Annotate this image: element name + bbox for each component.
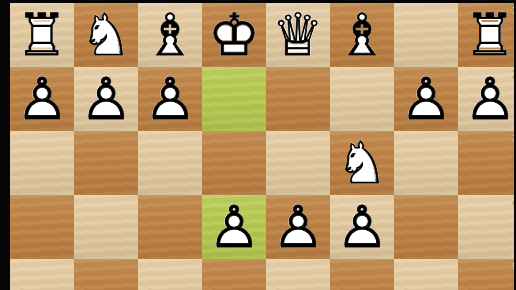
square-e3[interactable] xyxy=(202,131,266,195)
video-frame: ♜♖♞♘♝♗♚♔♛♕♝♗♜♖1♟♙♟♙♟♙♟♙♟♙2♞♘3♟♙♟♙♟♙45 xyxy=(0,0,516,290)
piece-outline-glyph: ♕ xyxy=(266,3,330,67)
letterbox-top xyxy=(0,0,516,3)
piece-outline-glyph: ♙ xyxy=(10,67,74,131)
white-bishop[interactable]: ♝♗ xyxy=(330,3,394,67)
piece-outline-glyph: ♖ xyxy=(10,3,74,67)
square-c5[interactable] xyxy=(330,259,394,290)
piece-outline-glyph: ♙ xyxy=(394,67,458,131)
square-f5[interactable] xyxy=(138,259,202,290)
square-b1[interactable] xyxy=(394,3,458,67)
white-king[interactable]: ♚♔ xyxy=(202,3,266,67)
square-g1[interactable]: ♞♘ xyxy=(74,3,138,67)
square-f1[interactable]: ♝♗ xyxy=(138,3,202,67)
square-e5[interactable] xyxy=(202,259,266,290)
piece-outline-glyph: ♔ xyxy=(202,3,266,67)
piece-outline-glyph: ♗ xyxy=(138,3,202,67)
square-g2[interactable]: ♟♙ xyxy=(74,67,138,131)
white-pawn[interactable]: ♟♙ xyxy=(138,67,202,131)
square-f3[interactable] xyxy=(138,131,202,195)
square-d4[interactable]: ♟♙ xyxy=(266,195,330,259)
square-e4[interactable]: ♟♙ xyxy=(202,195,266,259)
white-pawn[interactable]: ♟♙ xyxy=(74,67,138,131)
white-pawn[interactable]: ♟♙ xyxy=(458,67,516,131)
piece-outline-glyph: ♘ xyxy=(74,3,138,67)
square-c2[interactable] xyxy=(330,67,394,131)
square-g4[interactable] xyxy=(74,195,138,259)
piece-outline-glyph: ♖ xyxy=(458,3,516,67)
white-knight[interactable]: ♞♘ xyxy=(330,131,394,195)
chess-board: ♜♖♞♘♝♗♚♔♛♕♝♗♜♖1♟♙♟♙♟♙♟♙♟♙2♞♘3♟♙♟♙♟♙45 xyxy=(10,3,516,290)
square-b3[interactable] xyxy=(394,131,458,195)
white-pawn[interactable]: ♟♙ xyxy=(10,67,74,131)
white-bishop[interactable]: ♝♗ xyxy=(138,3,202,67)
white-rook[interactable]: ♜♖ xyxy=(10,3,74,67)
white-rook[interactable]: ♜♖ xyxy=(458,3,516,67)
piece-outline-glyph: ♙ xyxy=(202,195,266,259)
square-a4[interactable]: 4 xyxy=(458,195,516,259)
white-pawn[interactable]: ♟♙ xyxy=(202,195,266,259)
piece-outline-glyph: ♙ xyxy=(266,195,330,259)
square-h4[interactable] xyxy=(10,195,74,259)
white-pawn[interactable]: ♟♙ xyxy=(266,195,330,259)
square-d2[interactable] xyxy=(266,67,330,131)
piece-outline-glyph: ♗ xyxy=(330,3,394,67)
piece-outline-glyph: ♘ xyxy=(330,131,394,195)
square-h1[interactable]: ♜♖ xyxy=(10,3,74,67)
square-a5[interactable]: 5 xyxy=(458,259,516,290)
square-b2[interactable]: ♟♙ xyxy=(394,67,458,131)
square-c4[interactable]: ♟♙ xyxy=(330,195,394,259)
square-d3[interactable] xyxy=(266,131,330,195)
piece-outline-glyph: ♙ xyxy=(74,67,138,131)
square-f4[interactable] xyxy=(138,195,202,259)
square-h2[interactable]: ♟♙ xyxy=(10,67,74,131)
square-g3[interactable] xyxy=(74,131,138,195)
white-pawn[interactable]: ♟♙ xyxy=(394,67,458,131)
piece-outline-glyph: ♙ xyxy=(138,67,202,131)
square-h5[interactable] xyxy=(10,259,74,290)
white-knight[interactable]: ♞♘ xyxy=(74,3,138,67)
square-f2[interactable]: ♟♙ xyxy=(138,67,202,131)
piece-outline-glyph: ♙ xyxy=(330,195,394,259)
square-h3[interactable] xyxy=(10,131,74,195)
piece-outline-glyph: ♙ xyxy=(458,67,516,131)
square-a2[interactable]: ♟♙2 xyxy=(458,67,516,131)
square-e1[interactable]: ♚♔ xyxy=(202,3,266,67)
letterbox-left xyxy=(0,0,10,290)
square-a3[interactable]: 3 xyxy=(458,131,516,195)
square-c1[interactable]: ♝♗ xyxy=(330,3,394,67)
square-c3[interactable]: ♞♘ xyxy=(330,131,394,195)
square-g5[interactable] xyxy=(74,259,138,290)
white-queen[interactable]: ♛♕ xyxy=(266,3,330,67)
square-a1[interactable]: ♜♖1 xyxy=(458,3,516,67)
white-pawn[interactable]: ♟♙ xyxy=(330,195,394,259)
square-d1[interactable]: ♛♕ xyxy=(266,3,330,67)
square-b5[interactable] xyxy=(394,259,458,290)
square-e2[interactable] xyxy=(202,67,266,131)
square-d5[interactable] xyxy=(266,259,330,290)
square-b4[interactable] xyxy=(394,195,458,259)
